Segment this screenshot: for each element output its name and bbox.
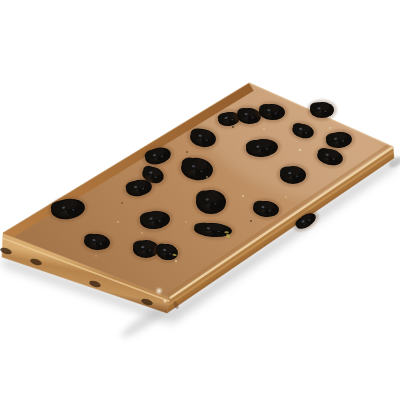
crumb: [226, 234, 230, 238]
photo: [0, 0, 400, 400]
specular-glint: [157, 289, 162, 294]
raisin: [277, 164, 309, 187]
crumb: [117, 221, 119, 223]
crumb: [263, 128, 265, 130]
specular-glint: [163, 299, 166, 302]
crumb: [250, 220, 252, 222]
crumb: [95, 255, 97, 257]
crumb: [121, 202, 123, 204]
crumb: [206, 176, 208, 178]
raisin: [307, 100, 337, 121]
crumb: [185, 221, 187, 223]
crumb: [141, 232, 143, 234]
photo-canvas: [0, 0, 400, 400]
crumb: [242, 195, 244, 197]
crumb: [329, 127, 331, 129]
crumb: [299, 149, 301, 151]
crumb: [186, 151, 188, 153]
crumb: [285, 196, 287, 198]
raisin: [193, 188, 229, 217]
crumb: [175, 260, 177, 262]
crumb: [232, 126, 234, 128]
